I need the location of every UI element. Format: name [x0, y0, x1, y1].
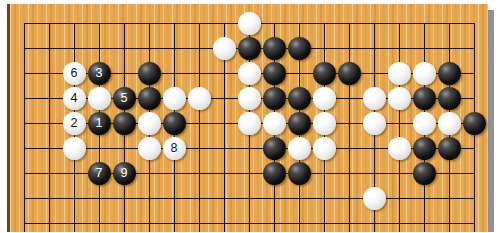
- board-intersection[interactable]: [462, 86, 487, 111]
- grid-line-horizontal: [112, 48, 137, 49]
- grid-line-horizontal: [312, 48, 337, 49]
- board-intersection[interactable]: 9: [112, 161, 137, 186]
- black-stone: [113, 112, 136, 135]
- board-intersection[interactable]: [437, 186, 462, 211]
- board-intersection[interactable]: [387, 111, 412, 136]
- board-intersection[interactable]: [412, 111, 437, 136]
- board-intersection[interactable]: [387, 186, 412, 211]
- grid-line-horizontal: [137, 48, 162, 49]
- board-intersection[interactable]: [312, 11, 337, 36]
- grid-line-horizontal: [337, 223, 362, 224]
- black-stone: 9: [113, 162, 136, 185]
- board-intersection[interactable]: [312, 161, 337, 186]
- board-intersection[interactable]: [237, 86, 262, 111]
- grid-line-horizontal: [437, 23, 462, 24]
- grid-line-vertical: [374, 211, 375, 233]
- board-intersection[interactable]: [287, 211, 312, 233]
- board-intersection[interactable]: [312, 136, 337, 161]
- board-intersection[interactable]: [262, 161, 287, 186]
- grid-line-vertical: [74, 211, 75, 233]
- board-intersection[interactable]: [262, 186, 287, 211]
- grid-line-horizontal: [112, 223, 137, 224]
- board-intersection[interactable]: [437, 111, 462, 136]
- board-intersection[interactable]: [187, 136, 212, 161]
- board-intersection[interactable]: [337, 36, 362, 61]
- board-intersection[interactable]: [237, 61, 262, 86]
- grid-line-vertical: [199, 211, 200, 233]
- board-intersection[interactable]: [237, 186, 262, 211]
- grid-line-horizontal: [362, 48, 387, 49]
- white-stone: 8: [163, 137, 186, 160]
- board-intersection[interactable]: [237, 211, 262, 233]
- grid-line-horizontal: [287, 223, 312, 224]
- grid-line-horizontal: [387, 173, 412, 174]
- grid-line-horizontal: [24, 148, 37, 149]
- grid-line-horizontal: [337, 148, 362, 149]
- board-intersection[interactable]: [137, 11, 162, 36]
- board-intersection[interactable]: [262, 111, 287, 136]
- grid-line-horizontal: [187, 123, 212, 124]
- board-intersection[interactable]: [262, 86, 287, 111]
- move-number-label: 7: [96, 167, 103, 180]
- grid-line-horizontal: [87, 223, 112, 224]
- grid-line-horizontal: [24, 98, 37, 99]
- board-intersection[interactable]: [387, 36, 412, 61]
- grid-line-vertical: [274, 211, 275, 233]
- board-intersection[interactable]: [112, 36, 137, 61]
- grid-line-horizontal: [137, 223, 162, 224]
- board-intersection[interactable]: [162, 36, 187, 61]
- board-intersection[interactable]: [312, 186, 337, 211]
- board-intersection[interactable]: 3: [87, 61, 112, 86]
- board-intersection[interactable]: [12, 186, 37, 211]
- board-intersection[interactable]: [212, 36, 237, 61]
- board-intersection[interactable]: [462, 161, 487, 186]
- board-intersection[interactable]: [62, 161, 87, 186]
- grid-line-horizontal: [212, 198, 237, 199]
- grid-line-horizontal: [162, 173, 187, 174]
- move-number-label: 5: [121, 92, 128, 105]
- board-intersection[interactable]: [312, 86, 337, 111]
- grid-line-horizontal: [462, 173, 475, 174]
- white-stone: [163, 87, 186, 110]
- grid-line-horizontal: [112, 148, 137, 149]
- grid-line-vertical: [149, 211, 150, 233]
- grid-line-horizontal: [212, 23, 237, 24]
- grid-line-horizontal: [287, 198, 312, 199]
- white-stone: [238, 12, 261, 35]
- white-stone: [363, 87, 386, 110]
- board-intersection[interactable]: [112, 211, 137, 233]
- board-intersection[interactable]: [212, 161, 237, 186]
- board-intersection[interactable]: [212, 211, 237, 233]
- board-intersection[interactable]: 6: [62, 61, 87, 86]
- board-intersection[interactable]: [137, 161, 162, 186]
- board-intersection[interactable]: [212, 186, 237, 211]
- board-intersection[interactable]: [162, 11, 187, 36]
- board-intersection[interactable]: [12, 161, 37, 186]
- board-intersection[interactable]: [262, 136, 287, 161]
- grid-line-horizontal: [362, 173, 387, 174]
- grid-line-vertical: [449, 211, 450, 233]
- grid-line-horizontal: [387, 223, 412, 224]
- board-intersection[interactable]: [87, 36, 112, 61]
- board-intersection[interactable]: [12, 111, 37, 136]
- board-intersection[interactable]: [237, 36, 262, 61]
- board-intersection[interactable]: [262, 61, 287, 86]
- grid-line-horizontal: [24, 48, 37, 49]
- board-intersection[interactable]: [37, 136, 62, 161]
- board-intersection[interactable]: [412, 161, 437, 186]
- board-intersection[interactable]: [312, 211, 337, 233]
- board-intersection[interactable]: [12, 211, 37, 233]
- board-intersection[interactable]: [137, 86, 162, 111]
- board-intersection[interactable]: [287, 11, 312, 36]
- board-intersection[interactable]: 4: [62, 86, 87, 111]
- board-intersection[interactable]: [112, 111, 137, 136]
- move-number-label: 8: [171, 142, 178, 155]
- board-intersection[interactable]: [137, 61, 162, 86]
- board-intersection[interactable]: [112, 61, 137, 86]
- grid-line-horizontal: [112, 73, 137, 74]
- black-stone: 7: [88, 162, 111, 185]
- board-intersection[interactable]: [212, 111, 237, 136]
- grid-line-horizontal: [437, 198, 462, 199]
- white-stone: [138, 137, 161, 160]
- grid-line-vertical: [199, 23, 200, 36]
- black-stone: [338, 62, 361, 85]
- board-intersection[interactable]: [87, 211, 112, 233]
- grid-line-horizontal: [312, 23, 337, 24]
- move-number-label: 2: [71, 117, 78, 130]
- board-intersection[interactable]: [262, 211, 287, 233]
- board-intersection[interactable]: [437, 86, 462, 111]
- board-intersection[interactable]: [87, 136, 112, 161]
- grid-line-vertical: [349, 23, 350, 36]
- grid-line-horizontal: [187, 173, 212, 174]
- grid-line-horizontal: [462, 98, 475, 99]
- board-intersection[interactable]: [37, 211, 62, 233]
- grid-line-vertical: [424, 23, 425, 36]
- board-intersection[interactable]: [187, 86, 212, 111]
- board-intersection[interactable]: [387, 211, 412, 233]
- board-intersection[interactable]: [112, 186, 137, 211]
- board-intersection[interactable]: [362, 36, 387, 61]
- grid-line-vertical: [374, 23, 375, 36]
- board-intersection[interactable]: [187, 111, 212, 136]
- grid-line-horizontal: [37, 73, 62, 74]
- board-intersection[interactable]: [187, 11, 212, 36]
- board-intersection[interactable]: [387, 136, 412, 161]
- grid-line-horizontal: [37, 123, 62, 124]
- board-intersection[interactable]: [362, 11, 387, 36]
- board-intersection[interactable]: [412, 136, 437, 161]
- board-intersection[interactable]: [162, 111, 187, 136]
- grid-line-horizontal: [262, 223, 287, 224]
- grid-line-vertical: [324, 23, 325, 36]
- board-intersection[interactable]: [137, 36, 162, 61]
- board-intersection[interactable]: [62, 11, 87, 36]
- grid-line-vertical: [274, 23, 275, 36]
- grid-line-horizontal: [362, 223, 387, 224]
- board-intersection[interactable]: [287, 86, 312, 111]
- board-intersection[interactable]: [62, 136, 87, 161]
- move-number-label: 4: [71, 92, 78, 105]
- board-intersection[interactable]: [462, 111, 487, 136]
- grid-line-vertical: [74, 23, 75, 36]
- board-intersection[interactable]: 2: [62, 111, 87, 136]
- board-intersection[interactable]: [237, 111, 262, 136]
- grid-line-horizontal: [24, 73, 37, 74]
- board-intersection[interactable]: [112, 11, 137, 36]
- board-intersection[interactable]: [337, 86, 362, 111]
- black-stone: [263, 62, 286, 85]
- board-intersection[interactable]: [187, 186, 212, 211]
- board-intersection[interactable]: [62, 186, 87, 211]
- grid-line-vertical: [299, 23, 300, 36]
- board-intersection[interactable]: [37, 186, 62, 211]
- board-intersection[interactable]: [437, 211, 462, 233]
- grid-line-horizontal: [162, 73, 187, 74]
- grid-line-horizontal: [212, 173, 237, 174]
- black-stone: [263, 87, 286, 110]
- board-intersection[interactable]: [362, 61, 387, 86]
- white-stone: [313, 87, 336, 110]
- board-intersection[interactable]: [462, 136, 487, 161]
- grid-line-horizontal: [312, 223, 337, 224]
- board-intersection[interactable]: [362, 186, 387, 211]
- board-intersection[interactable]: [37, 111, 62, 136]
- board-intersection[interactable]: [287, 61, 312, 86]
- board-intersection[interactable]: [87, 86, 112, 111]
- grid-line-horizontal: [437, 223, 462, 224]
- board-intersection[interactable]: [362, 136, 387, 161]
- white-stone: [188, 87, 211, 110]
- board-intersection[interactable]: [387, 86, 412, 111]
- board-intersection[interactable]: [37, 61, 62, 86]
- board-intersection[interactable]: [212, 136, 237, 161]
- grid-line-horizontal: [462, 48, 475, 49]
- board-intersection[interactable]: [12, 36, 37, 61]
- move-number-label: 9: [121, 167, 128, 180]
- grid-line-horizontal: [387, 23, 412, 24]
- grid-line-horizontal: [37, 23, 62, 24]
- grid-line-horizontal: [462, 73, 475, 74]
- board-intersection[interactable]: [337, 136, 362, 161]
- grid-line-vertical: [174, 211, 175, 233]
- board-intersection[interactable]: [287, 111, 312, 136]
- grid-line-horizontal: [387, 198, 412, 199]
- board-intersection[interactable]: [112, 136, 137, 161]
- board-intersection[interactable]: [62, 36, 87, 61]
- board-intersection[interactable]: [387, 61, 412, 86]
- board-intersection[interactable]: [162, 161, 187, 186]
- grid-line-vertical: [474, 211, 475, 233]
- board-intersection[interactable]: [162, 61, 187, 86]
- grid-line-horizontal: [312, 198, 337, 199]
- board-intersection[interactable]: [362, 86, 387, 111]
- board-intersection[interactable]: [362, 161, 387, 186]
- grid-line-vertical: [324, 211, 325, 233]
- grid-line-horizontal: [137, 173, 162, 174]
- board-intersection[interactable]: [462, 186, 487, 211]
- board-intersection[interactable]: [187, 36, 212, 61]
- board-intersection[interactable]: 8: [162, 136, 187, 161]
- grid-line-horizontal: [337, 123, 362, 124]
- board-intersection[interactable]: [237, 136, 262, 161]
- white-stone: [313, 137, 336, 160]
- board-intersection[interactable]: [137, 186, 162, 211]
- grid-line-horizontal: [87, 23, 112, 24]
- board-intersection[interactable]: [337, 111, 362, 136]
- board-intersection[interactable]: [412, 186, 437, 211]
- grid-line-vertical: [99, 23, 100, 36]
- board-intersection[interactable]: [37, 86, 62, 111]
- board-intersection[interactable]: [437, 161, 462, 186]
- board-intersection[interactable]: [37, 36, 62, 61]
- grid-line-horizontal: [187, 148, 212, 149]
- board-intersection[interactable]: [437, 136, 462, 161]
- go-board-grid: 634521879: [12, 11, 487, 233]
- grid-line-vertical: [124, 211, 125, 233]
- board-intersection[interactable]: [462, 61, 487, 86]
- grid-line-horizontal: [37, 198, 62, 199]
- grid-line-horizontal: [362, 73, 387, 74]
- board-intersection[interactable]: [237, 161, 262, 186]
- grid-line-horizontal: [37, 223, 62, 224]
- white-stone: [388, 62, 411, 85]
- white-stone: [238, 112, 261, 135]
- board-intersection[interactable]: [37, 161, 62, 186]
- board-intersection[interactable]: [437, 61, 462, 86]
- grid-line-horizontal: [24, 198, 37, 199]
- black-stone: [263, 162, 286, 185]
- board-intersection[interactable]: [337, 186, 362, 211]
- board-intersection[interactable]: [312, 36, 337, 61]
- board-intersection[interactable]: [362, 111, 387, 136]
- board-intersection[interactable]: [287, 186, 312, 211]
- board-intersection[interactable]: [312, 111, 337, 136]
- white-stone: [388, 137, 411, 160]
- grid-line-vertical: [399, 23, 400, 36]
- board-intersection[interactable]: [412, 11, 437, 36]
- board-intersection[interactable]: [462, 36, 487, 61]
- board-intersection[interactable]: [162, 86, 187, 111]
- board-intersection[interactable]: [187, 161, 212, 186]
- board-intersection[interactable]: [87, 11, 112, 36]
- black-stone: [238, 37, 261, 60]
- grid-line-horizontal: [337, 173, 362, 174]
- grid-line-horizontal: [462, 223, 475, 224]
- board-intersection[interactable]: 5: [112, 86, 137, 111]
- board-intersection[interactable]: [37, 11, 62, 36]
- grid-line-horizontal: [262, 23, 287, 24]
- board-intersection[interactable]: 7: [87, 161, 112, 186]
- grid-line-vertical: [174, 23, 175, 36]
- board-intersection[interactable]: [412, 36, 437, 61]
- board-intersection[interactable]: [387, 11, 412, 36]
- grid-line-vertical: [224, 23, 225, 36]
- board-intersection[interactable]: [12, 86, 37, 111]
- grid-line-horizontal: [387, 123, 412, 124]
- grid-line-horizontal: [162, 198, 187, 199]
- board-intersection[interactable]: [412, 61, 437, 86]
- board-intersection[interactable]: [337, 211, 362, 233]
- board-intersection[interactable]: [337, 161, 362, 186]
- grid-line-horizontal: [462, 148, 475, 149]
- black-stone: 5: [113, 87, 136, 110]
- grid-line-horizontal: [412, 198, 437, 199]
- grid-line-horizontal: [237, 148, 262, 149]
- grid-line-horizontal: [387, 48, 412, 49]
- grid-line-horizontal: [237, 198, 262, 199]
- black-stone: [288, 87, 311, 110]
- black-stone: [438, 137, 461, 160]
- grid-line-vertical: [49, 211, 50, 233]
- board-intersection[interactable]: [187, 61, 212, 86]
- board-intersection[interactable]: [262, 11, 287, 36]
- grid-line-horizontal: [237, 173, 262, 174]
- board-intersection[interactable]: [137, 211, 162, 233]
- black-stone: [438, 87, 461, 110]
- grid-line-horizontal: [412, 23, 437, 24]
- board-intersection[interactable]: [212, 86, 237, 111]
- board-intersection[interactable]: [162, 186, 187, 211]
- board-intersection[interactable]: [287, 36, 312, 61]
- grid-line-horizontal: [62, 23, 87, 24]
- board-intersection[interactable]: [412, 86, 437, 111]
- board-intersection[interactable]: [287, 161, 312, 186]
- grid-line-horizontal: [287, 73, 312, 74]
- board-intersection[interactable]: [212, 11, 237, 36]
- board-intersection[interactable]: [12, 11, 37, 36]
- board-intersection[interactable]: [437, 11, 462, 36]
- white-stone: [88, 87, 111, 110]
- board-intersection[interactable]: [137, 111, 162, 136]
- white-stone: 6: [63, 62, 86, 85]
- board-intersection[interactable]: [362, 211, 387, 233]
- board-intersection[interactable]: [12, 61, 37, 86]
- board-intersection[interactable]: [137, 136, 162, 161]
- board-intersection[interactable]: [62, 211, 87, 233]
- board-intersection[interactable]: [12, 136, 37, 161]
- board-intersection[interactable]: [187, 211, 212, 233]
- board-intersection[interactable]: [162, 211, 187, 233]
- board-intersection[interactable]: [462, 211, 487, 233]
- grid-line-vertical: [424, 211, 425, 233]
- move-number-label: 3: [96, 67, 103, 80]
- board-intersection[interactable]: [87, 186, 112, 211]
- board-intersection[interactable]: [312, 61, 337, 86]
- black-stone: [163, 112, 186, 135]
- board-intersection[interactable]: [237, 11, 262, 36]
- grid-line-vertical: [224, 211, 225, 233]
- board-intersection[interactable]: 1: [87, 111, 112, 136]
- grid-line-vertical: [299, 211, 300, 233]
- board-intersection[interactable]: [287, 136, 312, 161]
- board-intersection[interactable]: [337, 11, 362, 36]
- board-intersection[interactable]: [462, 11, 487, 36]
- board-intersection[interactable]: [212, 61, 237, 86]
- board-intersection[interactable]: [437, 36, 462, 61]
- board-intersection[interactable]: [262, 36, 287, 61]
- board-intersection[interactable]: [337, 61, 362, 86]
- grid-line-horizontal: [87, 148, 112, 149]
- black-stone: 1: [88, 112, 111, 135]
- board-intersection[interactable]: [412, 211, 437, 233]
- white-stone: [388, 87, 411, 110]
- board-intersection[interactable]: [387, 161, 412, 186]
